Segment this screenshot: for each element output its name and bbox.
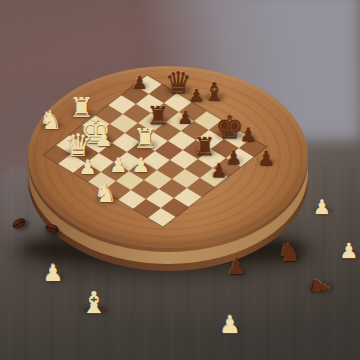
coffee-bean	[11, 216, 28, 231]
photo-round-chess-set: ♟♛♝♟♜♟♜♞♚♟♚♟♜♜♛♟♟♟♟♟♟♞♟♟♞♟♟♟♝♟	[0, 0, 360, 360]
decor	[0, 0, 360, 360]
coffee-bean	[44, 222, 60, 235]
